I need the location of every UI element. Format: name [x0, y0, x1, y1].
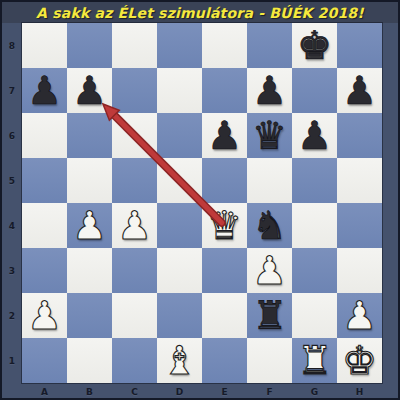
file-label-c: C	[112, 383, 157, 400]
square-b8[interactable]	[67, 23, 112, 68]
square-e7[interactable]	[202, 68, 247, 113]
piece-white-pawn[interactable]: ♟	[22, 293, 67, 338]
piece-white-bishop[interactable]: ♝	[157, 338, 202, 383]
file-label-d: D	[157, 383, 202, 400]
file-label-g: G	[292, 383, 337, 400]
square-d7[interactable]	[157, 68, 202, 113]
square-a4[interactable]	[22, 203, 67, 248]
square-a1[interactable]	[22, 338, 67, 383]
square-h3[interactable]	[337, 248, 382, 293]
piece-black-king[interactable]: ♚	[292, 23, 337, 68]
square-h7[interactable]: ♟	[337, 68, 382, 113]
piece-white-pawn[interactable]: ♟	[247, 248, 292, 293]
square-c6[interactable]	[112, 113, 157, 158]
file-label-b: B	[67, 383, 112, 400]
square-b4[interactable]: ♟	[67, 203, 112, 248]
square-f3[interactable]: ♟	[247, 248, 292, 293]
square-b1[interactable]	[67, 338, 112, 383]
square-h2[interactable]: ♟	[337, 293, 382, 338]
piece-black-pawn[interactable]: ♟	[67, 68, 112, 113]
square-e6[interactable]: ♟	[202, 113, 247, 158]
square-e3[interactable]	[202, 248, 247, 293]
square-f1[interactable]	[247, 338, 292, 383]
square-d4[interactable]	[157, 203, 202, 248]
square-f5[interactable]	[247, 158, 292, 203]
square-c4[interactable]: ♟	[112, 203, 157, 248]
rank-label-1: 1	[2, 338, 22, 383]
square-c7[interactable]	[112, 68, 157, 113]
square-d3[interactable]	[157, 248, 202, 293]
square-a5[interactable]	[22, 158, 67, 203]
square-e5[interactable]	[202, 158, 247, 203]
piece-black-pawn[interactable]: ♟	[337, 68, 382, 113]
square-g3[interactable]	[292, 248, 337, 293]
square-a2[interactable]: ♟	[22, 293, 67, 338]
square-e8[interactable]	[202, 23, 247, 68]
square-c3[interactable]	[112, 248, 157, 293]
board: ♚♟♟♟♟♟♛♟♟♟♛♞♟♟♜♟♝♜♚	[22, 23, 382, 383]
rank-label-8: 8	[2, 23, 22, 68]
square-b5[interactable]	[67, 158, 112, 203]
square-c5[interactable]	[112, 158, 157, 203]
file-label-e: E	[202, 383, 247, 400]
square-g2[interactable]	[292, 293, 337, 338]
square-e4[interactable]: ♛	[202, 203, 247, 248]
piece-white-pawn[interactable]: ♟	[112, 203, 157, 248]
square-c2[interactable]	[112, 293, 157, 338]
square-b2[interactable]	[67, 293, 112, 338]
piece-black-pawn[interactable]: ♟	[22, 68, 67, 113]
chess-app-window: A sakk az ÉLet szimulátora - BÚÉK 2018! …	[0, 0, 400, 400]
piece-black-queen[interactable]: ♛	[247, 113, 292, 158]
piece-black-pawn[interactable]: ♟	[247, 68, 292, 113]
square-g4[interactable]	[292, 203, 337, 248]
piece-white-king[interactable]: ♚	[337, 338, 382, 383]
square-f8[interactable]	[247, 23, 292, 68]
square-d5[interactable]	[157, 158, 202, 203]
square-c8[interactable]	[112, 23, 157, 68]
piece-white-pawn[interactable]: ♟	[67, 203, 112, 248]
square-b7[interactable]: ♟	[67, 68, 112, 113]
square-a3[interactable]	[22, 248, 67, 293]
square-f2[interactable]: ♜	[247, 293, 292, 338]
square-f7[interactable]: ♟	[247, 68, 292, 113]
piece-black-knight[interactable]: ♞	[247, 203, 292, 248]
piece-black-rook[interactable]: ♜	[247, 293, 292, 338]
piece-white-rook[interactable]: ♜	[292, 338, 337, 383]
square-h8[interactable]	[337, 23, 382, 68]
square-g7[interactable]	[292, 68, 337, 113]
square-h1[interactable]: ♚	[337, 338, 382, 383]
square-g6[interactable]: ♟	[292, 113, 337, 158]
file-label-h: H	[337, 383, 382, 400]
square-b6[interactable]	[67, 113, 112, 158]
file-labels: ABCDEFGH	[22, 383, 382, 400]
square-e1[interactable]	[202, 338, 247, 383]
square-a6[interactable]	[22, 113, 67, 158]
square-a8[interactable]	[22, 23, 67, 68]
page-title: A sakk az ÉLet szimulátora - BÚÉK 2018!	[36, 5, 364, 21]
rank-label-2: 2	[2, 293, 22, 338]
square-h5[interactable]	[337, 158, 382, 203]
square-g1[interactable]: ♜	[292, 338, 337, 383]
square-e2[interactable]	[202, 293, 247, 338]
square-c1[interactable]	[112, 338, 157, 383]
rank-label-5: 5	[2, 158, 22, 203]
square-h4[interactable]	[337, 203, 382, 248]
rank-label-4: 4	[2, 203, 22, 248]
rank-labels: 87654321	[2, 23, 22, 383]
square-a7[interactable]: ♟	[22, 68, 67, 113]
square-g8[interactable]: ♚	[292, 23, 337, 68]
square-h6[interactable]	[337, 113, 382, 158]
square-d2[interactable]	[157, 293, 202, 338]
square-f4[interactable]: ♞	[247, 203, 292, 248]
file-label-a: A	[22, 383, 67, 400]
square-b3[interactable]	[67, 248, 112, 293]
file-label-f: F	[247, 383, 292, 400]
square-g5[interactable]	[292, 158, 337, 203]
piece-black-pawn[interactable]: ♟	[292, 113, 337, 158]
rank-label-7: 7	[2, 68, 22, 113]
rank-label-3: 3	[2, 248, 22, 293]
piece-black-pawn[interactable]: ♟	[202, 113, 247, 158]
square-d6[interactable]	[157, 113, 202, 158]
square-f6[interactable]: ♛	[247, 113, 292, 158]
piece-white-pawn[interactable]: ♟	[337, 293, 382, 338]
piece-white-queen[interactable]: ♛	[202, 203, 247, 248]
title-bar: A sakk az ÉLet szimulátora - BÚÉK 2018!	[2, 2, 398, 23]
square-d1[interactable]: ♝	[157, 338, 202, 383]
square-d8[interactable]	[157, 23, 202, 68]
rank-label-6: 6	[2, 113, 22, 158]
